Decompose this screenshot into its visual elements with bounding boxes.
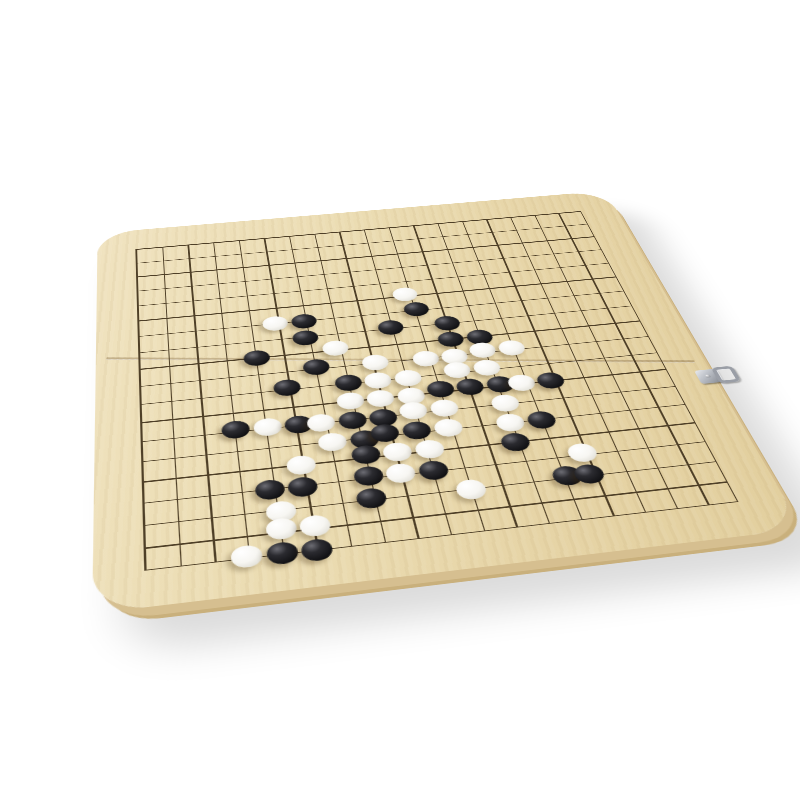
black-stone[interactable] — [290, 313, 318, 329]
black-stone[interactable] — [402, 301, 431, 317]
white-stone[interactable] — [262, 315, 289, 331]
black-stone[interactable] — [433, 315, 462, 331]
black-stone[interactable] — [485, 375, 517, 393]
white-stone[interactable] — [306, 413, 337, 433]
white-stone[interactable] — [265, 517, 298, 541]
black-stone[interactable] — [499, 432, 533, 453]
black-stone[interactable] — [425, 380, 456, 399]
black-stone[interactable] — [284, 415, 315, 435]
black-stone[interactable] — [401, 420, 433, 440]
go-board-wrap — [92, 191, 800, 614]
white-stone[interactable] — [391, 287, 419, 302]
white-stone[interactable] — [428, 399, 460, 418]
black-stone[interactable] — [337, 410, 368, 430]
white-stone[interactable] — [565, 442, 600, 463]
white-stone[interactable] — [494, 413, 527, 433]
white-stone[interactable] — [440, 348, 471, 365]
white-stone[interactable] — [396, 387, 427, 406]
white-stone[interactable] — [361, 354, 391, 372]
white-stone[interactable] — [363, 371, 393, 389]
white-stone[interactable] — [398, 401, 430, 420]
white-stone[interactable] — [317, 432, 348, 453]
white-stone[interactable] — [432, 418, 465, 438]
white-stone[interactable] — [252, 417, 282, 437]
product-photo — [0, 0, 800, 800]
black-stone[interactable] — [455, 378, 487, 397]
white-stone[interactable] — [335, 392, 366, 411]
black-stone[interactable] — [300, 538, 334, 563]
black-stone[interactable] — [354, 487, 388, 510]
white-stone[interactable] — [393, 369, 424, 387]
white-stone[interactable] — [385, 462, 418, 484]
white-stone[interactable] — [411, 350, 441, 368]
white-stone[interactable] — [471, 359, 502, 377]
black-stone[interactable] — [525, 410, 559, 430]
black-stone[interactable] — [572, 463, 608, 485]
stones-layer — [92, 191, 800, 614]
white-stone[interactable] — [413, 439, 446, 460]
black-stone[interactable] — [535, 372, 567, 390]
black-stone[interactable] — [369, 423, 401, 443]
white-stone[interactable] — [299, 514, 333, 538]
metal-clasp — [693, 364, 748, 387]
white-stone[interactable] — [230, 544, 263, 569]
white-stone[interactable] — [496, 339, 527, 356]
black-stone[interactable] — [291, 329, 319, 346]
black-stone[interactable] — [350, 444, 382, 465]
white-stone[interactable] — [442, 361, 473, 379]
white-stone[interactable] — [265, 500, 298, 523]
black-stone[interactable] — [417, 460, 451, 482]
black-stone[interactable] — [254, 479, 286, 501]
clasp-loop — [711, 366, 742, 384]
clasp-screw — [705, 374, 712, 377]
go-board[interactable] — [92, 191, 800, 614]
black-stone[interactable] — [549, 465, 585, 487]
white-stone[interactable] — [382, 442, 415, 463]
white-stone[interactable] — [286, 455, 318, 476]
white-stone[interactable] — [489, 394, 522, 413]
black-stone[interactable] — [333, 373, 363, 391]
black-stone[interactable] — [242, 350, 270, 368]
white-stone[interactable] — [505, 374, 537, 392]
black-stone[interactable] — [302, 358, 331, 376]
black-stone[interactable] — [221, 420, 251, 440]
white-stone[interactable] — [453, 478, 488, 500]
black-stone[interactable] — [352, 465, 385, 487]
black-stone[interactable] — [287, 476, 319, 498]
black-stone[interactable] — [273, 378, 302, 397]
black-stone[interactable] — [348, 429, 380, 449]
black-stone[interactable] — [376, 319, 405, 335]
black-stone[interactable] — [265, 541, 299, 566]
white-stone[interactable] — [467, 342, 498, 359]
black-stone[interactable] — [436, 331, 466, 348]
black-stone[interactable] — [368, 408, 399, 428]
white-stone[interactable] — [321, 340, 350, 357]
white-stone[interactable] — [366, 389, 397, 408]
